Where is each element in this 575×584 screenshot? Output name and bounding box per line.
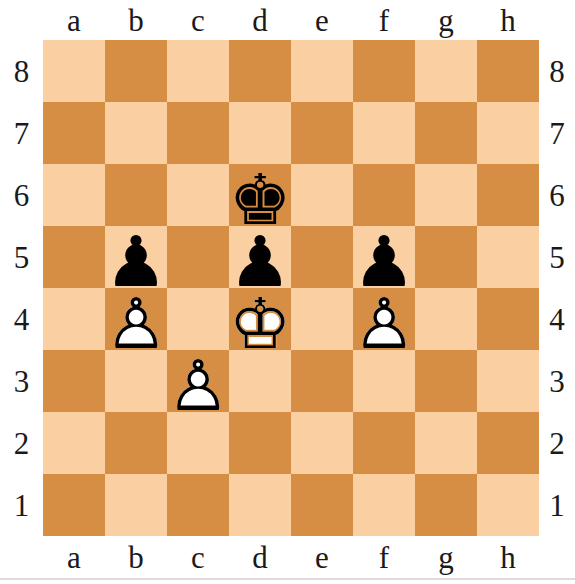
square-e3[interactable] [291, 350, 353, 412]
rank-label-4: 4 [0, 288, 43, 350]
square-a7[interactable] [43, 102, 105, 164]
square-c6[interactable] [167, 164, 229, 226]
square-b1[interactable] [105, 474, 167, 536]
square-c2[interactable] [167, 412, 229, 474]
square-h1[interactable] [477, 474, 539, 536]
square-a6[interactable] [43, 164, 105, 226]
rank-labels-right: 87654321 [539, 40, 575, 536]
square-f4[interactable]: ♟♙ [353, 288, 415, 350]
file-label-e: e [291, 0, 353, 40]
square-f7[interactable] [353, 102, 415, 164]
square-a8[interactable] [43, 40, 105, 102]
square-e8[interactable] [291, 40, 353, 102]
file-label-f: f [353, 0, 415, 40]
square-f8[interactable] [353, 40, 415, 102]
white-pawn-fill-glyph: ♟ [167, 355, 229, 417]
square-d1[interactable] [229, 474, 291, 536]
black-pawn-icon: ♟ [105, 231, 167, 293]
chess-diagram: abcdefgh 87654321 ♚♟♟♟♟♙♚♔♟♙♟♙ 87654321 … [0, 0, 575, 584]
rank-labels-left: 87654321 [0, 40, 43, 536]
square-d6[interactable]: ♚ [229, 164, 291, 226]
square-h8[interactable] [477, 40, 539, 102]
white-pawn-icon: ♙ [105, 293, 167, 355]
white-pawn-icon: ♙ [353, 293, 415, 355]
piece-white-pawn-f4[interactable]: ♟♙ [353, 288, 415, 350]
square-c5[interactable] [167, 226, 229, 288]
file-label-b: b [105, 536, 167, 578]
file-label-h: h [477, 536, 539, 578]
rank-label-2: 2 [539, 412, 575, 474]
square-b8[interactable] [105, 40, 167, 102]
file-label-b: b [105, 0, 167, 40]
rank-label-1: 1 [539, 474, 575, 536]
file-label-g: g [415, 0, 477, 40]
rank-label-7: 7 [539, 102, 575, 164]
chess-board: ♚♟♟♟♟♙♚♔♟♙♟♙ [43, 40, 539, 536]
white-pawn-fill-glyph: ♟ [353, 293, 415, 355]
piece-black-pawn-f5[interactable]: ♟ [353, 226, 415, 288]
piece-black-king-d6[interactable]: ♚ [229, 164, 291, 226]
file-label-a: a [43, 0, 105, 40]
file-label-h: h [477, 0, 539, 40]
square-h5[interactable] [477, 226, 539, 288]
square-d3[interactable] [229, 350, 291, 412]
square-b5[interactable]: ♟ [105, 226, 167, 288]
square-g6[interactable] [415, 164, 477, 226]
white-king-icon: ♔ [229, 293, 291, 355]
rank-label-3: 3 [0, 350, 43, 412]
square-a5[interactable] [43, 226, 105, 288]
white-pawn-icon: ♙ [167, 355, 229, 417]
square-a1[interactable] [43, 474, 105, 536]
square-h7[interactable] [477, 102, 539, 164]
file-labels-bottom: abcdefgh [43, 536, 539, 578]
square-a3[interactable] [43, 350, 105, 412]
square-h6[interactable] [477, 164, 539, 226]
rank-label-4: 4 [539, 288, 575, 350]
square-g8[interactable] [415, 40, 477, 102]
corner-bottom-left [0, 536, 43, 578]
square-f3[interactable] [353, 350, 415, 412]
square-e7[interactable] [291, 102, 353, 164]
rank-label-8: 8 [539, 40, 575, 102]
corner-bottom-right [539, 536, 575, 578]
square-d7[interactable] [229, 102, 291, 164]
file-label-d: d [229, 536, 291, 578]
square-c3[interactable]: ♟♙ [167, 350, 229, 412]
square-g3[interactable] [415, 350, 477, 412]
square-d4[interactable]: ♚♔ [229, 288, 291, 350]
square-b2[interactable] [105, 412, 167, 474]
file-label-c: c [167, 0, 229, 40]
piece-black-pawn-d5[interactable]: ♟ [229, 226, 291, 288]
rank-label-6: 6 [0, 164, 43, 226]
piece-white-pawn-c3[interactable]: ♟♙ [167, 350, 229, 412]
square-d8[interactable] [229, 40, 291, 102]
board-layout: abcdefgh 87654321 ♚♟♟♟♟♙♚♔♟♙♟♙ 87654321 … [0, 0, 575, 578]
rank-label-1: 1 [0, 474, 43, 536]
square-f2[interactable] [353, 412, 415, 474]
square-c4[interactable] [167, 288, 229, 350]
black-king-icon: ♚ [229, 169, 291, 231]
square-b6[interactable] [105, 164, 167, 226]
rank-label-5: 5 [0, 226, 43, 288]
square-g1[interactable] [415, 474, 477, 536]
piece-white-pawn-b4[interactable]: ♟♙ [105, 288, 167, 350]
piece-white-king-d4[interactable]: ♚♔ [229, 288, 291, 350]
file-labels-top: abcdefgh [43, 0, 539, 40]
square-b4[interactable]: ♟♙ [105, 288, 167, 350]
square-a4[interactable] [43, 288, 105, 350]
rank-label-3: 3 [539, 350, 575, 412]
corner-top-right [539, 0, 575, 40]
square-g5[interactable] [415, 226, 477, 288]
corner-top-left [0, 0, 43, 40]
square-f5[interactable]: ♟ [353, 226, 415, 288]
square-f1[interactable] [353, 474, 415, 536]
rank-label-8: 8 [0, 40, 43, 102]
white-pawn-fill-glyph: ♟ [105, 293, 167, 355]
square-e4[interactable] [291, 288, 353, 350]
square-d5[interactable]: ♟ [229, 226, 291, 288]
square-c1[interactable] [167, 474, 229, 536]
square-e6[interactable] [291, 164, 353, 226]
bottom-divider [0, 578, 575, 580]
file-label-g: g [415, 536, 477, 578]
rank-label-6: 6 [539, 164, 575, 226]
file-label-a: a [43, 536, 105, 578]
square-c7[interactable] [167, 102, 229, 164]
square-a2[interactable] [43, 412, 105, 474]
file-label-c: c [167, 536, 229, 578]
square-f6[interactable] [353, 164, 415, 226]
square-e1[interactable] [291, 474, 353, 536]
square-h4[interactable] [477, 288, 539, 350]
square-h3[interactable] [477, 350, 539, 412]
square-g2[interactable] [415, 412, 477, 474]
square-b7[interactable] [105, 102, 167, 164]
file-label-e: e [291, 536, 353, 578]
rank-label-5: 5 [539, 226, 575, 288]
black-pawn-icon: ♟ [229, 231, 291, 293]
square-c8[interactable] [167, 40, 229, 102]
file-label-f: f [353, 536, 415, 578]
black-pawn-icon: ♟ [353, 231, 415, 293]
piece-black-pawn-b5[interactable]: ♟ [105, 226, 167, 288]
square-d2[interactable] [229, 412, 291, 474]
square-h2[interactable] [477, 412, 539, 474]
square-g7[interactable] [415, 102, 477, 164]
white-king-fill-glyph: ♚ [229, 293, 291, 355]
square-e5[interactable] [291, 226, 353, 288]
rank-label-2: 2 [0, 412, 43, 474]
rank-label-7: 7 [0, 102, 43, 164]
square-b3[interactable] [105, 350, 167, 412]
square-g4[interactable] [415, 288, 477, 350]
file-label-d: d [229, 0, 291, 40]
square-e2[interactable] [291, 412, 353, 474]
